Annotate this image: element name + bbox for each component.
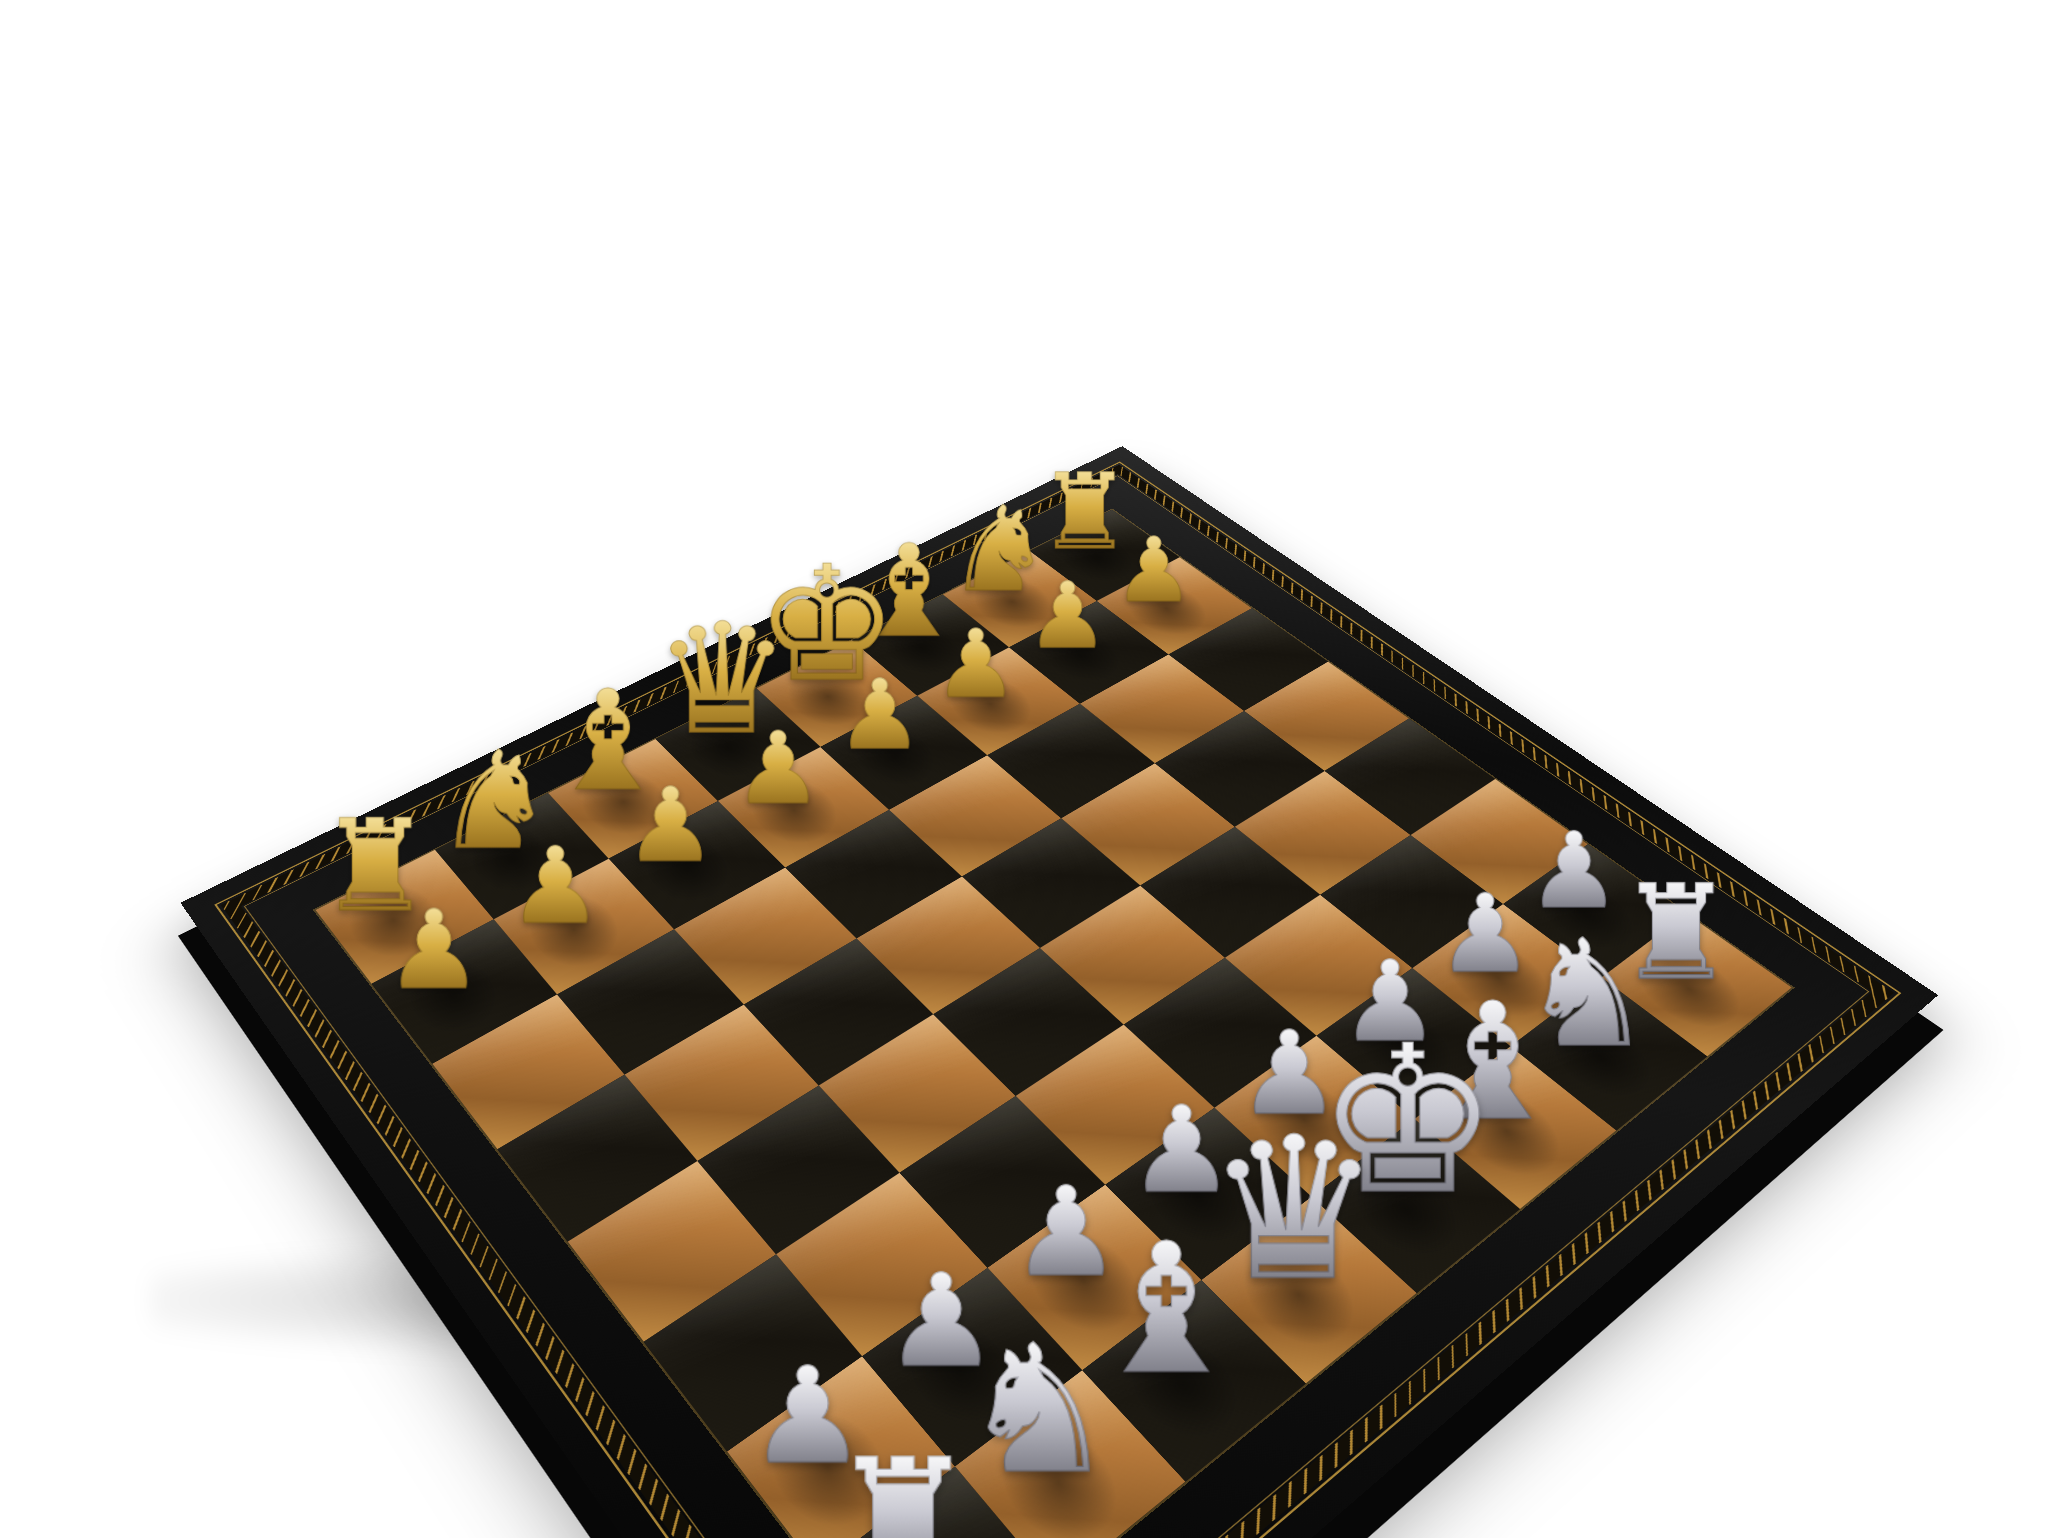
piece-black-pawn-a7[interactable]: ♟ [367, 896, 502, 1005]
black-pawn-icon: ♟ [385, 896, 483, 1005]
piece-white-rook-a1[interactable]: ♜ [817, 1437, 989, 1538]
white-rook-icon: ♜ [828, 1437, 979, 1538]
board-frame: ♜♞♝♛♚♝♞♜♟♟♟♟♟♟♟♟♟♟♟♟♟♟♟♟♜♞♝♛♚♝♞♜ [180, 446, 1938, 1538]
product-photo-stage: ♜♞♝♛♚♝♞♜♟♟♟♟♟♟♟♟♟♟♟♟♟♟♟♟♜♞♝♛♚♝♞♜ [0, 0, 2048, 1538]
scene: ♜♞♝♛♚♝♞♜♟♟♟♟♟♟♟♟♟♟♟♟♟♟♟♟♜♞♝♛♚♝♞♜ [0, 0, 2048, 1538]
chess-board: ♜♞♝♛♚♝♞♜♟♟♟♟♟♟♟♟♟♟♟♟♟♟♟♟♜♞♝♛♚♝♞♜ [180, 446, 1938, 1538]
